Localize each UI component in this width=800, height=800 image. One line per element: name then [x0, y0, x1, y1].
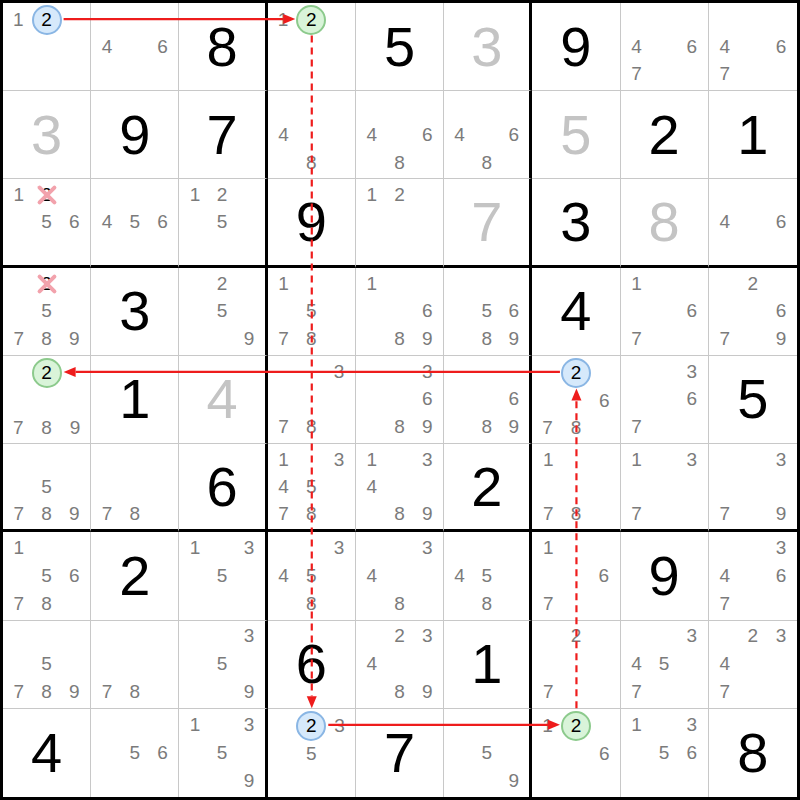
candidate-5: 5	[481, 565, 492, 587]
candidate-7: 7	[631, 328, 642, 350]
candidate-7: 7	[631, 63, 642, 85]
candidate-grid: 367	[623, 358, 706, 441]
cell-r9c4[interactable]: 235	[268, 709, 356, 797]
candidate-3: 3	[422, 625, 433, 647]
candidate-grid: 13489	[358, 446, 441, 527]
candidate-grid: 59	[446, 711, 527, 795]
candidate-8: 8	[306, 503, 317, 525]
candidate-grid: 5689	[446, 270, 527, 353]
candidate-9: 9	[244, 328, 255, 350]
candidate-6: 6	[598, 565, 609, 587]
candidate-6: 6	[776, 36, 787, 58]
candidate-7: 7	[278, 328, 289, 350]
cell-r9c2[interactable]: 56	[91, 709, 179, 797]
cell-r9c5[interactable]: 7	[356, 709, 444, 797]
cell-r4c3[interactable]: 259	[179, 268, 267, 356]
candidate-grid: 167	[623, 270, 706, 353]
cell-r2c9[interactable]: 1	[709, 91, 797, 179]
cell-r7c5[interactable]: 348	[356, 532, 444, 620]
cell-r5c7[interactable]: 2678	[532, 356, 620, 444]
candidate-8: 8	[481, 593, 492, 615]
candidate-3: 3	[687, 714, 698, 736]
candidate-3: 3	[334, 449, 345, 471]
cell-r5c6[interactable]: 689	[444, 356, 532, 444]
candidate-grid: 78	[93, 446, 176, 527]
cell-r2c2[interactable]: 9	[91, 91, 179, 179]
candidate-1: 1	[631, 714, 642, 736]
cell-r6c5[interactable]: 13489	[356, 444, 444, 532]
cell-r1c1[interactable]: 12	[3, 3, 91, 91]
candidate-6: 6	[422, 124, 433, 146]
candidate-7: 7	[102, 681, 113, 703]
candidate-grid: 15678	[5, 534, 88, 617]
candidate-5: 5	[41, 653, 52, 675]
candidate-grid: 46	[93, 5, 176, 88]
cell-r6c4[interactable]: 134578	[268, 444, 356, 532]
candidate-grid: 3458	[270, 534, 353, 617]
candidate-9: 9	[422, 681, 433, 703]
candidate-grid: 259	[181, 270, 262, 353]
candidate-5: 5	[659, 742, 670, 764]
solved-digit: 3	[471, 19, 502, 75]
cell-r1c5[interactable]: 5	[356, 3, 444, 91]
candidate-8: 8	[481, 328, 492, 350]
sudoku-grid: 1246812539467467397484684685211256456125…	[0, 0, 800, 800]
candidate-9: 9	[422, 503, 433, 525]
candidate-5: 5	[306, 476, 317, 498]
cell-r6c9[interactable]: 379	[709, 444, 797, 532]
candidate-grid: 12	[270, 5, 353, 88]
candidate-grid: 125	[181, 181, 262, 262]
candidate-1: 1	[631, 273, 642, 295]
candidate-grid: 134578	[270, 446, 353, 527]
candidate-4: 4	[278, 476, 289, 498]
candidate-grid: 2347	[711, 623, 795, 706]
candidate-3: 3	[422, 449, 433, 471]
cell-r1c4[interactable]: 12	[268, 3, 356, 91]
candidate-7: 7	[543, 681, 554, 703]
candidate-8: 8	[41, 593, 52, 615]
candidate-4: 4	[720, 211, 731, 233]
given-digit: 1	[737, 107, 768, 163]
candidate-grid: 23489	[358, 623, 441, 706]
cell-r9c9[interactable]: 8	[709, 709, 797, 797]
eliminated-candidate: 2	[41, 184, 52, 206]
candidate-grid: 2679	[711, 270, 795, 353]
candidate-grid: 56	[93, 711, 176, 795]
candidate-8: 8	[41, 417, 52, 439]
candidate-3: 3	[422, 537, 433, 559]
candidate-7: 7	[278, 503, 289, 525]
given-digit: 8	[206, 19, 237, 75]
candidate-4: 4	[102, 211, 113, 233]
given-digit: 5	[384, 19, 415, 75]
candidate-5: 5	[41, 565, 52, 587]
candidate-3: 3	[776, 625, 787, 647]
candidate-9: 9	[508, 328, 519, 350]
candidate-grid: 137	[623, 446, 706, 527]
candidate-grid: 3467	[711, 534, 795, 617]
candidate-2: 2	[217, 184, 228, 206]
chain-node-blue: 2	[32, 5, 62, 35]
cell-r5c9[interactable]: 5	[709, 356, 797, 444]
candidate-4: 4	[278, 565, 289, 587]
cell-r4c4[interactable]: 1578	[268, 268, 356, 356]
cell-r5c3[interactable]: 4	[179, 356, 267, 444]
candidate-grid: 468	[446, 93, 527, 176]
candidate-9: 9	[508, 416, 519, 438]
candidate-3: 3	[244, 714, 255, 736]
candidate-4: 4	[720, 565, 731, 587]
candidate-4: 4	[720, 653, 731, 675]
candidate-6: 6	[776, 565, 787, 587]
cell-r9c6[interactable]: 59	[444, 709, 532, 797]
cell-r8c3[interactable]: 359	[179, 621, 267, 709]
candidate-1: 1	[278, 449, 289, 471]
cell-r4c7[interactable]: 4	[532, 268, 620, 356]
candidate-8: 8	[130, 681, 141, 703]
candidate-1: 1	[190, 537, 201, 559]
cell-r5c2[interactable]: 1	[91, 356, 179, 444]
candidate-3: 3	[687, 449, 698, 471]
candidate-4: 4	[278, 124, 289, 146]
candidate-2: 2	[394, 184, 405, 206]
cell-r1c9[interactable]: 467	[709, 3, 797, 91]
given-digit: 2	[471, 459, 502, 515]
candidate-5: 5	[659, 653, 670, 675]
chain-node-blue: 2	[296, 711, 326, 741]
cell-r8c1[interactable]: 5789	[3, 621, 91, 709]
candidate-grid: 46	[711, 181, 795, 262]
cell-r7c8[interactable]: 9	[621, 532, 709, 620]
given-digit: 1	[471, 636, 502, 692]
candidate-grid: 27	[534, 623, 617, 706]
cell-r8c5[interactable]: 23489	[356, 621, 444, 709]
cell-r3c4[interactable]: 9	[268, 179, 356, 267]
candidate-7: 7	[278, 416, 289, 438]
candidate-4: 4	[454, 124, 465, 146]
candidate-5: 5	[130, 742, 141, 764]
cell-r3c1[interactable]: 1256	[3, 179, 91, 267]
cell-r1c8[interactable]: 467	[621, 3, 709, 91]
candidate-grid: 12	[358, 181, 441, 262]
cell-r7c4[interactable]: 3458	[268, 532, 356, 620]
chain-node-green: 2	[561, 711, 591, 741]
candidate-grid: 235	[270, 711, 353, 795]
candidate-grid: 467	[711, 5, 795, 88]
cell-r3c8[interactable]: 8	[621, 179, 709, 267]
candidate-2: 2	[394, 625, 405, 647]
candidate-3: 3	[422, 361, 433, 383]
candidate-7: 7	[13, 417, 24, 439]
cell-r8c6[interactable]: 1	[444, 621, 532, 709]
candidate-3: 3	[334, 361, 345, 383]
given-digit: 1	[119, 371, 150, 427]
cell-r4c8[interactable]: 167	[621, 268, 709, 356]
candidate-8: 8	[306, 593, 317, 615]
candidate-grid: 1689	[358, 270, 441, 353]
solved-digit: 3	[31, 107, 62, 163]
cell-r3c9[interactable]: 46	[709, 179, 797, 267]
cell-r9c7[interactable]: 126	[532, 709, 620, 797]
candidate-1: 1	[190, 714, 201, 736]
cell-r4c2[interactable]: 3	[91, 268, 179, 356]
cell-r2c5[interactable]: 468	[356, 91, 444, 179]
candidate-6: 6	[599, 390, 610, 412]
cell-r9c8[interactable]: 1356	[621, 709, 709, 797]
candidate-2: 2	[217, 273, 228, 295]
cell-r3c3[interactable]: 125	[179, 179, 267, 267]
candidate-6: 6	[69, 565, 80, 587]
cell-r4c9[interactable]: 2679	[709, 268, 797, 356]
cell-r8c4[interactable]: 6	[268, 621, 356, 709]
candidate-5: 5	[217, 653, 228, 675]
candidate-4: 4	[366, 565, 377, 587]
cell-r4c5[interactable]: 1689	[356, 268, 444, 356]
candidate-8: 8	[394, 152, 405, 174]
cell-r4c6[interactable]: 5689	[444, 268, 532, 356]
given-digit: 4	[560, 283, 591, 339]
given-digit: 6	[206, 459, 237, 515]
candidate-grid: 456	[93, 181, 176, 262]
candidate-4: 4	[366, 653, 377, 675]
candidate-3: 3	[244, 537, 255, 559]
candidate-8: 8	[481, 152, 492, 174]
candidate-7: 7	[102, 503, 113, 525]
candidate-6: 6	[69, 211, 80, 233]
candidate-7: 7	[543, 503, 554, 525]
cell-r6c2[interactable]: 78	[91, 444, 179, 532]
candidate-8: 8	[41, 328, 52, 350]
candidate-grid: 1578	[270, 270, 353, 353]
given-digit: 3	[560, 194, 591, 250]
candidate-5: 5	[481, 742, 492, 764]
candidate-9: 9	[422, 328, 433, 350]
candidate-grid: 48	[270, 93, 353, 176]
cell-r3c5[interactable]: 12	[356, 179, 444, 267]
candidate-4: 4	[366, 476, 377, 498]
sudoku-board: 1246812539467467397484684685211256456125…	[0, 0, 800, 800]
candidate-8: 8	[394, 328, 405, 350]
cell-r5c8[interactable]: 367	[621, 356, 709, 444]
candidate-1: 1	[366, 449, 377, 471]
given-digit: 7	[206, 107, 237, 163]
cell-r4c1[interactable]: 25789	[3, 268, 91, 356]
candidate-6: 6	[687, 742, 698, 764]
candidate-6: 6	[157, 36, 168, 58]
cell-r1c3[interactable]: 8	[179, 3, 267, 91]
candidate-6: 6	[776, 211, 787, 233]
candidate-4: 4	[631, 653, 642, 675]
candidate-6: 6	[687, 300, 698, 322]
candidate-3: 3	[334, 537, 345, 559]
candidate-5: 5	[481, 300, 492, 322]
cell-r3c6[interactable]: 7	[444, 179, 532, 267]
candidate-grid: 5789	[5, 446, 88, 527]
candidate-8: 8	[41, 503, 52, 525]
cell-r1c6[interactable]: 3	[444, 3, 532, 91]
candidate-7: 7	[720, 593, 731, 615]
given-digit: 9	[296, 194, 327, 250]
candidate-7: 7	[631, 681, 642, 703]
cell-r7c2[interactable]: 2	[91, 532, 179, 620]
cell-r6c3[interactable]: 6	[179, 444, 267, 532]
cell-r7c3[interactable]: 135	[179, 532, 267, 620]
candidate-grid: 458	[446, 534, 527, 617]
eliminated-candidate: 2	[41, 273, 52, 295]
candidate-6: 6	[687, 36, 698, 58]
candidate-grid: 3689	[358, 358, 441, 441]
candidate-5: 5	[217, 565, 228, 587]
chain-node-blue: 2	[561, 358, 591, 388]
candidate-grid: 379	[711, 446, 795, 527]
cell-r5c4[interactable]: 378	[268, 356, 356, 444]
cell-r2c7[interactable]: 5	[532, 91, 620, 179]
candidate-9: 9	[70, 417, 81, 439]
candidate-grid: 1359	[181, 711, 262, 795]
candidate-6: 6	[157, 742, 168, 764]
candidate-6: 6	[599, 743, 610, 765]
given-digit: 2	[649, 107, 680, 163]
candidate-grid: 348	[358, 534, 441, 617]
candidate-5: 5	[217, 211, 228, 233]
candidate-5: 5	[217, 300, 228, 322]
candidate-5: 5	[41, 211, 52, 233]
candidate-1: 1	[631, 449, 642, 471]
candidate-4: 4	[102, 36, 113, 58]
candidate-grid: 359	[181, 623, 262, 706]
cell-r7c1[interactable]: 15678	[3, 532, 91, 620]
candidate-8: 8	[394, 503, 405, 525]
cell-r2c8[interactable]: 2	[621, 91, 709, 179]
candidate-7: 7	[720, 503, 731, 525]
cell-r6c1[interactable]: 5789	[3, 444, 91, 532]
candidate-grid: 25789	[5, 270, 88, 353]
candidate-9: 9	[69, 328, 80, 350]
cell-r1c2[interactable]: 46	[91, 3, 179, 91]
candidate-1: 1	[366, 184, 377, 206]
candidate-1: 1	[543, 537, 554, 559]
candidate-grid: 468	[358, 93, 441, 176]
cell-r2c6[interactable]: 468	[444, 91, 532, 179]
candidate-grid: 126	[534, 711, 617, 795]
candidate-grid: 378	[270, 358, 353, 441]
cell-r2c4[interactable]: 48	[268, 91, 356, 179]
candidate-1: 1	[542, 715, 553, 737]
candidate-7: 7	[14, 328, 25, 350]
candidate-grid: 1256	[5, 181, 88, 262]
candidate-6: 6	[422, 388, 433, 410]
candidate-9: 9	[508, 770, 519, 792]
candidate-3: 3	[244, 625, 255, 647]
candidate-7: 7	[543, 593, 554, 615]
candidate-7: 7	[14, 593, 25, 615]
cell-r6c7[interactable]: 178	[532, 444, 620, 532]
cell-r8c9[interactable]: 2347	[709, 621, 797, 709]
cell-r8c2[interactable]: 78	[91, 621, 179, 709]
candidate-7: 7	[14, 503, 25, 525]
cell-r7c9[interactable]: 3467	[709, 532, 797, 620]
candidate-1: 1	[190, 184, 201, 206]
given-digit: 4	[31, 725, 62, 781]
candidate-grid: 467	[623, 5, 706, 88]
candidate-9: 9	[69, 681, 80, 703]
cell-r5c5[interactable]: 3689	[356, 356, 444, 444]
candidate-2: 2	[571, 625, 582, 647]
candidate-7: 7	[720, 681, 731, 703]
candidate-4: 4	[720, 36, 731, 58]
chain-node-green: 2	[32, 358, 62, 388]
candidate-7: 7	[720, 63, 731, 85]
candidate-grid: 12	[5, 5, 88, 88]
candidate-8: 8	[306, 152, 317, 174]
candidate-1: 1	[278, 9, 289, 31]
candidate-5: 5	[41, 300, 52, 322]
cell-r6c8[interactable]: 137	[621, 444, 709, 532]
cell-r6c6[interactable]: 2	[444, 444, 532, 532]
given-digit: 9	[560, 19, 591, 75]
candidate-6: 6	[508, 300, 519, 322]
given-digit: 7	[384, 725, 415, 781]
candidate-7: 7	[542, 417, 553, 439]
candidate-5: 5	[41, 476, 52, 498]
cell-r3c7[interactable]: 3	[532, 179, 620, 267]
candidate-1: 1	[14, 184, 25, 206]
candidate-5: 5	[217, 742, 228, 764]
candidate-4: 4	[366, 124, 377, 146]
cell-r8c8[interactable]: 3457	[621, 621, 709, 709]
candidate-6: 6	[508, 124, 519, 146]
candidate-grid: 2678	[534, 358, 617, 441]
cell-r9c1[interactable]: 4	[3, 709, 91, 797]
candidate-grid: 178	[534, 446, 617, 527]
candidate-4: 4	[454, 565, 465, 587]
cell-r7c7[interactable]: 167	[532, 532, 620, 620]
candidate-8: 8	[571, 503, 582, 525]
candidate-3: 3	[687, 361, 698, 383]
candidate-6: 6	[422, 300, 433, 322]
candidate-grid: 135	[181, 534, 262, 617]
candidate-1: 1	[366, 273, 377, 295]
candidate-8: 8	[394, 593, 405, 615]
cell-r5c1[interactable]: 2789	[3, 356, 91, 444]
given-digit: 6	[296, 636, 327, 692]
candidate-6: 6	[776, 300, 787, 322]
cell-r2c1[interactable]: 3	[3, 91, 91, 179]
cell-r2c3[interactable]: 7	[179, 91, 267, 179]
cell-r8c7[interactable]: 27	[532, 621, 620, 709]
cell-r1c7[interactable]: 9	[532, 3, 620, 91]
candidate-grid: 5789	[5, 623, 88, 706]
candidate-grid: 167	[534, 534, 617, 617]
candidate-5: 5	[130, 211, 141, 233]
candidate-1: 1	[14, 537, 25, 559]
candidate-8: 8	[41, 681, 52, 703]
candidate-8: 8	[571, 417, 582, 439]
cell-r3c2[interactable]: 456	[91, 179, 179, 267]
candidate-5: 5	[306, 743, 317, 765]
candidate-8: 8	[481, 416, 492, 438]
chain-node-green: 2	[296, 5, 326, 35]
candidate-6: 6	[157, 211, 168, 233]
cell-r7c6[interactable]: 458	[444, 532, 532, 620]
candidate-8: 8	[394, 416, 405, 438]
candidate-1: 1	[278, 273, 289, 295]
candidate-8: 8	[130, 503, 141, 525]
candidate-1: 1	[13, 9, 24, 31]
candidate-2: 2	[748, 625, 759, 647]
cell-r9c3[interactable]: 1359	[179, 709, 267, 797]
